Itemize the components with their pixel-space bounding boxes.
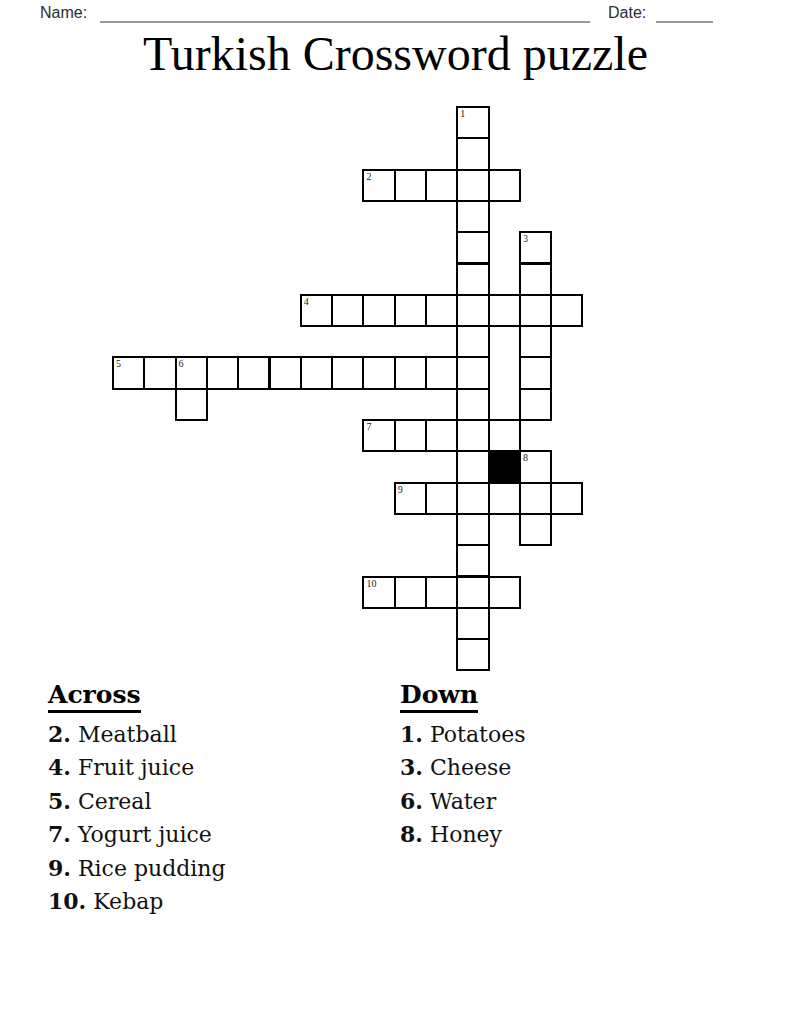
grid-cell[interactable]: 6 xyxy=(175,356,208,389)
clue-item: 10. Kebap xyxy=(48,885,226,918)
grid-cell[interactable] xyxy=(519,294,552,327)
grid-cell[interactable] xyxy=(456,607,489,640)
grid-cell[interactable] xyxy=(394,356,427,389)
grid-cell[interactable] xyxy=(456,231,489,264)
grid-cell[interactable] xyxy=(456,388,489,421)
grid-cell[interactable] xyxy=(519,513,552,546)
clue-item-number: 2. xyxy=(48,721,71,747)
grid-cell[interactable] xyxy=(488,482,521,515)
clue-item-number: 7. xyxy=(48,821,71,847)
clue-item-number: 6. xyxy=(400,788,423,814)
grid-cell[interactable] xyxy=(456,450,489,483)
grid-cell[interactable] xyxy=(143,356,176,389)
clue-item-number: 9. xyxy=(48,855,71,881)
cell-number: 6 xyxy=(179,358,184,369)
cell-number: 9 xyxy=(398,484,403,495)
grid-cell[interactable] xyxy=(425,356,458,389)
grid-cell[interactable] xyxy=(425,419,458,452)
date-label: Date: xyxy=(608,4,646,22)
clue-item-number: 3. xyxy=(400,754,423,780)
cell-number: 2 xyxy=(366,171,371,182)
clue-item: 9. Rice pudding xyxy=(48,852,226,885)
grid-cell[interactable]: 2 xyxy=(362,169,395,202)
grid-cell[interactable] xyxy=(488,169,521,202)
grid-cell[interactable] xyxy=(456,419,489,452)
grid-cell[interactable] xyxy=(550,294,583,327)
grid-cell[interactable]: 7 xyxy=(362,419,395,452)
grid-cell[interactable]: 5 xyxy=(112,356,145,389)
clue-item-text: Kebap xyxy=(86,889,163,914)
clue-item: 6. Water xyxy=(400,785,525,818)
grid-cell[interactable] xyxy=(456,544,489,577)
clue-item-text: Water xyxy=(423,789,496,814)
grid-cell[interactable]: 8 xyxy=(519,450,552,483)
grid-cell[interactable] xyxy=(425,294,458,327)
grid-cell[interactable] xyxy=(519,356,552,389)
clue-item-number: 8. xyxy=(400,821,423,847)
clue-item: 1. Potatoes xyxy=(400,718,525,751)
grid-cell[interactable] xyxy=(300,356,333,389)
cell-number: 4 xyxy=(304,296,309,307)
across-heading: Across xyxy=(48,680,141,713)
grid-cell[interactable] xyxy=(456,513,489,546)
cell-number: 7 xyxy=(366,421,371,432)
grid-cell[interactable] xyxy=(488,294,521,327)
cell-number: 3 xyxy=(523,233,528,244)
puzzle-title: Turkish Crossword puzzle xyxy=(0,26,791,81)
grid-cell[interactable] xyxy=(456,200,489,233)
clue-item: 2. Meatball xyxy=(48,718,226,751)
grid-cell[interactable] xyxy=(362,294,395,327)
grid-cell[interactable] xyxy=(519,325,552,358)
grid-cell[interactable] xyxy=(175,388,208,421)
grid-cell[interactable] xyxy=(237,356,270,389)
date-underline[interactable] xyxy=(656,21,713,23)
clue-item-text: Yogurt juice xyxy=(71,822,212,847)
grid-cell[interactable] xyxy=(456,137,489,170)
clue-item-text: Rice pudding xyxy=(71,856,226,881)
grid-cell[interactable]: 3 xyxy=(519,231,552,264)
grid-cell[interactable] xyxy=(394,576,427,609)
grid-cell[interactable] xyxy=(269,356,302,389)
clue-item-text: Fruit juice xyxy=(71,755,194,780)
name-underline[interactable] xyxy=(100,21,590,23)
clue-item-text: Cheese xyxy=(423,755,511,780)
across-clues-section: Across 2. Meatball4. Fruit juice5. Cerea… xyxy=(48,680,226,918)
grid-cell[interactable] xyxy=(519,263,552,296)
clue-item-text: Cereal xyxy=(71,789,152,814)
grid-cell[interactable] xyxy=(488,576,521,609)
grid-cell[interactable]: 9 xyxy=(394,482,427,515)
clue-item-number: 1. xyxy=(400,721,423,747)
grid-cell[interactable] xyxy=(456,356,489,389)
clue-item-number: 5. xyxy=(48,788,71,814)
blocked-cell xyxy=(488,450,521,483)
cell-number: 8 xyxy=(523,452,528,463)
grid-cell[interactable] xyxy=(550,482,583,515)
grid-cell[interactable] xyxy=(519,482,552,515)
clue-item: 5. Cereal xyxy=(48,785,226,818)
grid-cell[interactable] xyxy=(456,576,489,609)
clue-item-number: 4. xyxy=(48,754,71,780)
clue-item-number: 10. xyxy=(48,888,86,914)
grid-cell[interactable] xyxy=(331,356,364,389)
cell-number: 1 xyxy=(460,108,465,119)
name-label: Name: xyxy=(40,4,87,22)
grid-cell[interactable] xyxy=(331,294,364,327)
grid-cell[interactable] xyxy=(394,169,427,202)
clue-item: 3. Cheese xyxy=(400,751,525,784)
grid-cell[interactable] xyxy=(519,388,552,421)
grid-cell[interactable] xyxy=(456,294,489,327)
grid-cell[interactable] xyxy=(206,356,239,389)
grid-cell[interactable] xyxy=(456,638,489,671)
grid-cell[interactable] xyxy=(456,263,489,296)
grid-cell[interactable] xyxy=(394,294,427,327)
clue-item-text: Potatoes xyxy=(423,722,526,747)
down-clue-list: 1. Potatoes3. Cheese6. Water8. Honey xyxy=(400,718,525,852)
crossword-grid: 12345678910 xyxy=(113,107,583,671)
across-clue-list: 2. Meatball4. Fruit juice5. Cereal7. Yog… xyxy=(48,718,226,918)
clue-item: 8. Honey xyxy=(400,818,525,851)
worksheet-page: Name: Date: Turkish Crossword puzzle 123… xyxy=(0,0,791,1024)
grid-cell[interactable] xyxy=(425,576,458,609)
grid-cell[interactable] xyxy=(456,325,489,358)
clue-item-text: Meatball xyxy=(71,722,177,747)
grid-cell[interactable] xyxy=(394,419,427,452)
clue-item: 7. Yogurt juice xyxy=(48,818,226,851)
grid-cell[interactable]: 4 xyxy=(300,294,333,327)
cell-number: 10 xyxy=(366,578,376,589)
down-clues-section: Down 1. Potatoes3. Cheese6. Water8. Hone… xyxy=(400,680,525,852)
grid-cell[interactable] xyxy=(456,169,489,202)
clue-item: 4. Fruit juice xyxy=(48,751,226,784)
cell-number: 5 xyxy=(116,358,121,369)
grid-cell[interactable] xyxy=(425,169,458,202)
grid-cell[interactable] xyxy=(362,356,395,389)
down-heading: Down xyxy=(400,680,478,713)
grid-cell[interactable] xyxy=(425,482,458,515)
clue-item-text: Honey xyxy=(423,822,502,847)
grid-cell[interactable] xyxy=(456,482,489,515)
grid-cell[interactable]: 10 xyxy=(362,576,395,609)
grid-cell[interactable] xyxy=(488,419,521,452)
grid-cell[interactable]: 1 xyxy=(456,106,489,139)
